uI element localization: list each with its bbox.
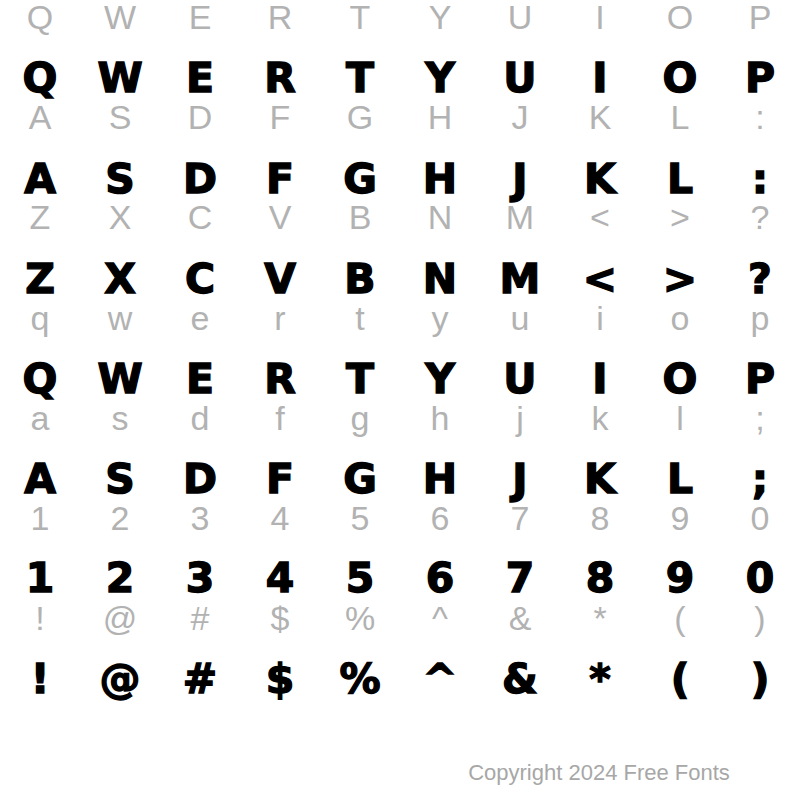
display-row-2: ASDFGHJKL: (0, 156, 800, 202)
reference-row-6: 1234567890 (0, 498, 800, 538)
glyph-cell: ( (671, 659, 690, 700)
glyph-cell: u (511, 301, 530, 335)
glyph-cell: j (516, 401, 524, 435)
glyph-cell: i (596, 301, 604, 335)
glyph-cell: ! (31, 659, 50, 700)
glyph-cell: > (670, 200, 690, 234)
glyph-cell: G (343, 459, 377, 500)
glyph-cell: F (270, 100, 291, 134)
glyph-cell: U (503, 58, 536, 99)
glyph-cell: A (29, 100, 52, 134)
glyph-cell: # (183, 659, 217, 700)
glyph-cell: ; (752, 459, 768, 500)
glyph-cell: W (104, 0, 136, 34)
glyph-cell: O (663, 359, 698, 400)
glyph-cell: Q (27, 0, 53, 34)
font-specimen-sheet: QWERTYUIOPQWERTYUIOPASDFGHJKL:ASDFGHJKL:… (0, 0, 800, 800)
glyph-cell: C (185, 259, 215, 300)
glyph-cell: 9 (666, 558, 695, 599)
glyph-cell: 4 (266, 558, 295, 599)
copyright-text: Copyright 2024 Free Fonts (478, 758, 720, 788)
glyph-cell: h (431, 401, 450, 435)
glyph-cell: ! (35, 601, 44, 635)
glyph-cell: a (31, 401, 50, 435)
glyph-cell: 2 (111, 501, 130, 535)
glyph-cell: I (592, 58, 607, 99)
glyph-cell: K (584, 159, 616, 200)
glyph-cell: F (266, 159, 294, 200)
glyph-cell: G (343, 159, 377, 200)
glyph-cell: P (745, 359, 775, 400)
glyph-cell: g (351, 401, 370, 435)
glyph-cell: R (264, 58, 296, 99)
glyph-cell: * (589, 659, 610, 700)
glyph-cell: l (676, 401, 684, 435)
display-row-1: QWERTYUIOP (0, 55, 800, 101)
glyph-cell: S (109, 100, 132, 134)
glyph-cell: t (355, 301, 364, 335)
glyph-cell: 5 (346, 558, 375, 599)
glyph-cell: < (590, 200, 610, 234)
glyph-cell: Y (425, 359, 455, 400)
display-row-5: ASDFGHJKL; (0, 456, 800, 502)
glyph-cell: 5 (351, 501, 370, 535)
glyph-cell: : (752, 159, 768, 200)
glyph-cell: ) (751, 659, 770, 700)
glyph-cell: P (749, 0, 772, 34)
glyph-cell: I (595, 0, 604, 34)
glyph-cell: % (345, 601, 375, 635)
glyph-cell: X (104, 259, 136, 300)
glyph-cell: ) (754, 601, 765, 635)
glyph-cell: N (428, 200, 453, 234)
glyph-cell: P (745, 58, 775, 99)
glyph-cell: 0 (746, 558, 775, 599)
glyph-cell: L (667, 159, 693, 200)
glyph-cell: E (186, 58, 214, 99)
glyph-cell: M (500, 259, 541, 300)
glyph-cell: 0 (751, 501, 770, 535)
glyph-cell: T (346, 359, 374, 400)
glyph-cell: 8 (591, 501, 610, 535)
glyph-cell: 3 (186, 558, 215, 599)
glyph-cell: K (589, 100, 612, 134)
glyph-cell: 1 (31, 501, 50, 535)
reference-row-4: qwertyuiop (0, 298, 800, 338)
glyph-cell: V (269, 200, 292, 234)
glyph-cell: H (423, 159, 457, 200)
glyph-cell: A (24, 159, 56, 200)
display-row-3: ZXCVBNM<>? (0, 256, 800, 302)
glyph-cell: Y (425, 58, 455, 99)
glyph-cell: B (349, 200, 372, 234)
glyph-cell: Y (429, 0, 452, 34)
glyph-cell: 2 (106, 558, 135, 599)
glyph-cell: ; (755, 401, 764, 435)
glyph-cell: D (183, 459, 217, 500)
glyph-cell: Z (25, 259, 55, 300)
glyph-cell: # (191, 601, 210, 635)
glyph-cell: S (105, 159, 135, 200)
glyph-cell: R (268, 0, 293, 34)
glyph-cell: 7 (511, 501, 530, 535)
glyph-cell: W (97, 58, 142, 99)
glyph-cell: X (109, 200, 132, 234)
glyph-cell: k (592, 401, 609, 435)
glyph-cell: T (346, 58, 374, 99)
glyph-cell: D (183, 159, 217, 200)
glyph-cell: 9 (671, 501, 690, 535)
glyph-cell: C (188, 200, 213, 234)
glyph-cell: % (339, 659, 380, 700)
glyph-cell: * (593, 601, 606, 635)
glyph-cell: 1 (26, 558, 55, 599)
glyph-cell: A (24, 459, 56, 500)
glyph-cell: H (428, 100, 453, 134)
glyph-cell: & (502, 659, 538, 700)
glyph-cell: R (264, 359, 296, 400)
glyph-cell: W (97, 359, 142, 400)
glyph-cell: ? (751, 200, 770, 234)
glyph-cell: o (671, 301, 690, 335)
glyph-cell: f (275, 401, 284, 435)
glyph-cell: I (592, 359, 607, 400)
glyph-cell: E (189, 0, 212, 34)
glyph-cell: E (186, 359, 214, 400)
glyph-cell: & (509, 601, 532, 635)
glyph-cell: M (506, 200, 534, 234)
glyph-cell: 3 (191, 501, 210, 535)
reference-row-1: QWERTYUIOP (0, 0, 800, 37)
glyph-cell: H (423, 459, 457, 500)
glyph-cell: S (105, 459, 135, 500)
glyph-cell: J (512, 100, 529, 134)
glyph-cell: ^ (423, 659, 457, 700)
glyph-cell: : (755, 100, 764, 134)
glyph-cell: T (350, 0, 371, 34)
glyph-cell: @ (103, 601, 138, 635)
glyph-cell: G (347, 100, 373, 134)
glyph-cell: 6 (431, 501, 450, 535)
glyph-cell: U (503, 359, 536, 400)
glyph-cell: y (432, 301, 449, 335)
glyph-cell: $ (271, 601, 290, 635)
glyph-cell: 6 (426, 558, 455, 599)
glyph-cell: $ (266, 659, 295, 700)
glyph-cell: N (423, 259, 457, 300)
glyph-cell: s (112, 401, 129, 435)
glyph-cell: D (188, 100, 213, 134)
reference-row-2: ASDFGHJKL: (0, 97, 800, 137)
glyph-cell: Z (30, 200, 51, 234)
glyph-cell: d (191, 401, 210, 435)
glyph-cell: L (667, 459, 693, 500)
glyph-cell: q (31, 301, 50, 335)
reference-row-7: !@#$%^&*() (0, 598, 800, 638)
glyph-cell: p (751, 301, 770, 335)
glyph-cell: ? (748, 259, 772, 300)
glyph-cell: ( (674, 601, 685, 635)
glyph-cell: e (191, 301, 210, 335)
glyph-cell: J (512, 459, 527, 500)
display-row-7: !@#$%^&*() (0, 656, 800, 702)
glyph-cell: 8 (586, 558, 615, 599)
glyph-cell: V (264, 259, 296, 300)
glyph-cell: J (512, 159, 527, 200)
glyph-cell: ^ (432, 601, 448, 635)
glyph-cell: O (667, 0, 693, 34)
glyph-cell: U (508, 0, 533, 34)
display-row-6: 1234567890 (0, 555, 800, 601)
display-row-4: QWERTYUIOP (0, 356, 800, 402)
glyph-cell: < (583, 259, 617, 300)
glyph-cell: Q (23, 58, 58, 99)
reference-row-5: asdfghjkl; (0, 398, 800, 438)
glyph-cell: > (663, 259, 697, 300)
reference-row-3: ZXCVBNM<>? (0, 197, 800, 237)
glyph-cell: 4 (271, 501, 290, 535)
glyph-cell: O (663, 58, 698, 99)
glyph-cell: w (108, 301, 133, 335)
glyph-cell: r (274, 301, 285, 335)
glyph-cell: 7 (506, 558, 535, 599)
glyph-cell: B (344, 259, 375, 300)
glyph-cell: F (266, 459, 294, 500)
glyph-cell: K (584, 459, 616, 500)
glyph-cell: L (671, 100, 690, 134)
glyph-cell: Q (23, 359, 58, 400)
glyph-cell: @ (100, 659, 141, 700)
